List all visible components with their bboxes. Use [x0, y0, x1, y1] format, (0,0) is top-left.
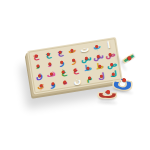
peg-knob [39, 84, 42, 87]
peg-knob [36, 64, 39, 67]
peg-knob [88, 76, 91, 79]
peg-knob [86, 66, 89, 69]
peg-knob [121, 78, 126, 83]
peg-knob [37, 74, 40, 77]
loose-piece-ta[interactable]: ت [95, 84, 120, 102]
letter-glyph: ا [107, 40, 111, 49]
letter-glyph: ن [73, 75, 82, 85]
peg-knob [34, 54, 37, 57]
peg-knob [84, 57, 87, 60]
product-photo-scene: خحجثتبادذرزسشصقفغعظطضيوهنملك ا ن ت [0, 0, 150, 150]
